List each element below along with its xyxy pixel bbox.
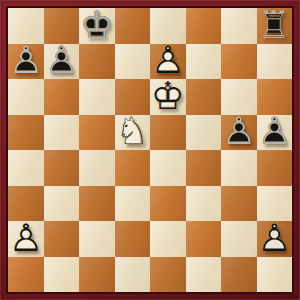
square-g3[interactable]: [221, 186, 257, 222]
square-d3[interactable]: [115, 186, 151, 222]
square-h4[interactable]: [257, 150, 293, 186]
square-h7[interactable]: [257, 44, 293, 80]
square-c3[interactable]: [79, 186, 115, 222]
square-g5[interactable]: ♟♙: [221, 115, 257, 151]
square-g4[interactable]: [221, 150, 257, 186]
piece-white-knight[interactable]: ♞♘: [115, 115, 151, 151]
square-f8[interactable]: [186, 8, 222, 44]
square-d8[interactable]: [115, 8, 151, 44]
knight-outline-glyph: ♘: [115, 112, 151, 150]
square-h8[interactable]: ♜♖: [257, 8, 293, 44]
board-frame: ♚♔♜♖♟♙♟♙♟♙♚♔♞♘♟♙♟♙♟♙♟♙: [0, 0, 300, 300]
square-f7[interactable]: [186, 44, 222, 80]
piece-white-king[interactable]: ♚♔: [150, 79, 186, 115]
square-a4[interactable]: [8, 150, 44, 186]
square-h2[interactable]: ♟♙: [257, 221, 293, 257]
square-c5[interactable]: [79, 115, 115, 151]
king-outline-glyph: ♔: [79, 6, 115, 44]
pawn-outline-glyph: ♙: [44, 41, 80, 79]
piece-black-rook[interactable]: ♜♖: [257, 8, 293, 44]
piece-black-pawn[interactable]: ♟♙: [8, 44, 44, 80]
piece-black-pawn[interactable]: ♟♙: [221, 115, 257, 151]
square-c8[interactable]: ♚♔: [79, 8, 115, 44]
square-h1[interactable]: [257, 257, 293, 293]
square-a7[interactable]: ♟♙: [8, 44, 44, 80]
square-f6[interactable]: [186, 79, 222, 115]
square-c7[interactable]: [79, 44, 115, 80]
rook-outline-glyph: ♖: [257, 6, 293, 44]
square-a5[interactable]: [8, 115, 44, 151]
square-h5[interactable]: ♟♙: [257, 115, 293, 151]
square-g8[interactable]: [221, 8, 257, 44]
piece-black-pawn[interactable]: ♟♙: [257, 115, 293, 151]
pawn-outline-glyph: ♙: [8, 41, 44, 79]
square-a6[interactable]: [8, 79, 44, 115]
square-e2[interactable]: [150, 221, 186, 257]
square-g2[interactable]: [221, 221, 257, 257]
pawn-outline-glyph: ♙: [221, 112, 257, 150]
square-d5[interactable]: ♞♘: [115, 115, 151, 151]
square-c6[interactable]: [79, 79, 115, 115]
square-d4[interactable]: [115, 150, 151, 186]
square-e4[interactable]: [150, 150, 186, 186]
square-e3[interactable]: [150, 186, 186, 222]
square-c1[interactable]: [79, 257, 115, 293]
piece-black-pawn[interactable]: ♟♙: [44, 44, 80, 80]
pawn-outline-glyph: ♙: [8, 219, 44, 257]
square-d1[interactable]: [115, 257, 151, 293]
king-outline-glyph: ♔: [150, 77, 186, 115]
square-a2[interactable]: ♟♙: [8, 221, 44, 257]
square-d2[interactable]: [115, 221, 151, 257]
square-f4[interactable]: [186, 150, 222, 186]
square-b7[interactable]: ♟♙: [44, 44, 80, 80]
piece-white-pawn[interactable]: ♟♙: [257, 221, 293, 257]
chess-board: ♚♔♜♖♟♙♟♙♟♙♚♔♞♘♟♙♟♙♟♙♟♙: [8, 8, 292, 292]
square-f1[interactable]: [186, 257, 222, 293]
square-f3[interactable]: [186, 186, 222, 222]
pawn-outline-glyph: ♙: [257, 112, 293, 150]
square-a1[interactable]: [8, 257, 44, 293]
square-g1[interactable]: [221, 257, 257, 293]
square-b2[interactable]: [44, 221, 80, 257]
piece-white-pawn[interactable]: ♟♙: [8, 221, 44, 257]
square-d7[interactable]: [115, 44, 151, 80]
square-b1[interactable]: [44, 257, 80, 293]
chess-diagram: ♚♔♜♖♟♙♟♙♟♙♚♔♞♘♟♙♟♙♟♙♟♙: [0, 0, 300, 300]
square-f2[interactable]: [186, 221, 222, 257]
square-e1[interactable]: [150, 257, 186, 293]
square-f5[interactable]: [186, 115, 222, 151]
square-e5[interactable]: [150, 115, 186, 151]
square-g7[interactable]: [221, 44, 257, 80]
square-e6[interactable]: ♚♔: [150, 79, 186, 115]
square-b4[interactable]: [44, 150, 80, 186]
square-c2[interactable]: [79, 221, 115, 257]
square-b5[interactable]: [44, 115, 80, 151]
pawn-outline-glyph: ♙: [257, 219, 293, 257]
square-c4[interactable]: [79, 150, 115, 186]
piece-black-king[interactable]: ♚♔: [79, 8, 115, 44]
square-b6[interactable]: [44, 79, 80, 115]
square-b3[interactable]: [44, 186, 80, 222]
